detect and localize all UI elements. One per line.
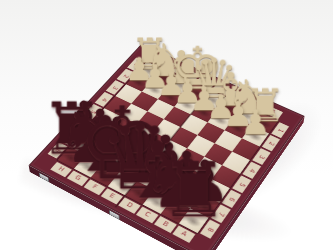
coordinate-label: 7 <box>60 129 80 145</box>
clasp-icon <box>109 209 120 220</box>
chess-board: HGFEDCBA HGFEDCBA 12345678 12345678 ♜♞♝♚… <box>29 44 305 250</box>
scene: HGFEDCBA HGFEDCBA 12345678 12345678 ♜♞♝♚… <box>0 0 333 250</box>
clasp-icon <box>39 172 50 182</box>
product-photo: HGFEDCBA HGFEDCBA 12345678 12345678 ♜♞♝♚… <box>0 0 333 250</box>
